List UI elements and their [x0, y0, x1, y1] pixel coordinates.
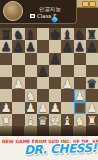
square-c7[interactable]: ♟	[25, 40, 37, 52]
square-d3[interactable]	[37, 89, 49, 101]
square-h1[interactable]: ♜	[86, 114, 98, 126]
square-a5[interactable]	[0, 65, 12, 77]
square-a6[interactable]	[0, 53, 12, 65]
dr-chess-app: 인공지능 Class F ♜♞♝♚♝♞♜♟♟♟♟♟♟♟♟♟♟♛♞♟♟♟♟♟♟♜♝…	[0, 0, 98, 160]
square-g5[interactable]	[74, 65, 86, 77]
square-e2[interactable]: ♟	[49, 102, 61, 114]
square-h3[interactable]	[86, 89, 98, 101]
square-b5[interactable]	[12, 65, 24, 77]
square-h6[interactable]	[86, 53, 98, 65]
square-d5[interactable]: ♟	[37, 65, 49, 77]
square-f4[interactable]: ♟	[61, 77, 73, 89]
square-f6[interactable]	[61, 53, 73, 65]
square-c4[interactable]	[25, 77, 37, 89]
square-f5[interactable]	[61, 65, 73, 77]
opponent-name: 인공지능	[39, 6, 61, 12]
board-front-edge	[0, 126, 98, 136]
opponent-avatar	[3, 1, 23, 21]
square-d7[interactable]	[37, 40, 49, 52]
south-korea-flag-icon	[30, 14, 35, 18]
chess-board: ♜♞♝♚♝♞♜♟♟♟♟♟♟♟♟♟♟♛♞♟♟♟♟♟♟♜♝♛♚♝♞♜	[0, 28, 98, 126]
square-h8[interactable]: ♜	[86, 28, 98, 40]
square-b6[interactable]	[12, 53, 24, 65]
opponent-panel: 인공지능 Class F	[0, 0, 77, 24]
square-c6[interactable]	[25, 53, 37, 65]
square-c3[interactable]: ♞	[25, 89, 37, 101]
square-e6[interactable]: ♟	[49, 53, 61, 65]
square-g6[interactable]	[74, 53, 86, 65]
square-h2[interactable]: ♟	[86, 102, 98, 114]
square-c8[interactable]: ♝	[25, 28, 37, 40]
square-a2[interactable]: ♟	[0, 102, 12, 114]
square-b4[interactable]: ♟	[12, 77, 24, 89]
square-e3[interactable]	[49, 89, 61, 101]
gold-icon[interactable]	[89, 1, 96, 7]
square-h4[interactable]: ♛	[86, 77, 98, 89]
footer-branding: NEW GAME FROM SUD INC. OF DR. SERIES! DR…	[0, 136, 98, 160]
game-logo: DR. CHESS!	[23, 142, 96, 158]
square-g3[interactable]: ♟	[74, 89, 86, 101]
square-h7[interactable]: ♟	[86, 40, 98, 52]
square-d4[interactable]	[37, 77, 49, 89]
square-a1[interactable]: ♜	[0, 114, 12, 126]
square-h5[interactable]	[86, 65, 98, 77]
square-a3[interactable]	[0, 89, 12, 101]
square-f2[interactable]	[61, 102, 73, 114]
square-e5[interactable]	[49, 65, 61, 77]
gold-icon[interactable]	[82, 1, 89, 7]
